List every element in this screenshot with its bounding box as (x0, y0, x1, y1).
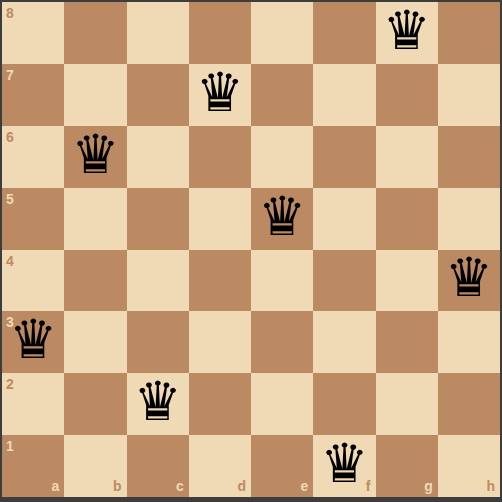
rank-label-7: 7 (6, 68, 14, 82)
square-g1[interactable]: g (376, 435, 438, 497)
square-g4[interactable] (376, 250, 438, 312)
square-a5[interactable]: 5 (2, 188, 64, 250)
square-b6[interactable]: ♛ (64, 126, 126, 188)
square-b2[interactable] (64, 373, 126, 435)
square-a3[interactable]: 3♛ (2, 311, 64, 373)
black-queen[interactable]: ♛ (258, 190, 306, 244)
square-f6[interactable] (313, 126, 375, 188)
square-h5[interactable] (438, 188, 500, 250)
square-c6[interactable] (127, 126, 189, 188)
square-h6[interactable] (438, 126, 500, 188)
square-c5[interactable] (127, 188, 189, 250)
square-a7[interactable]: 7 (2, 64, 64, 126)
square-g7[interactable] (376, 64, 438, 126)
square-e3[interactable] (251, 311, 313, 373)
black-queen[interactable]: ♛ (9, 313, 57, 367)
square-g2[interactable] (376, 373, 438, 435)
square-c1[interactable]: c (127, 435, 189, 497)
square-h1[interactable]: h (438, 435, 500, 497)
square-h8[interactable] (438, 2, 500, 64)
square-b8[interactable] (64, 2, 126, 64)
square-g8[interactable]: ♛ (376, 2, 438, 64)
file-label-b: b (113, 479, 122, 493)
file-label-c: c (176, 479, 184, 493)
square-c3[interactable] (127, 311, 189, 373)
square-g5[interactable] (376, 188, 438, 250)
square-b4[interactable] (64, 250, 126, 312)
square-d8[interactable] (189, 2, 251, 64)
square-f1[interactable]: f♛ (313, 435, 375, 497)
square-d4[interactable] (189, 250, 251, 312)
square-a1[interactable]: 1a (2, 435, 64, 497)
square-e1[interactable]: e (251, 435, 313, 497)
square-g6[interactable] (376, 126, 438, 188)
square-d3[interactable] (189, 311, 251, 373)
black-queen[interactable]: ♛ (196, 66, 244, 120)
square-c2[interactable]: ♛ (127, 373, 189, 435)
square-e5[interactable]: ♛ (251, 188, 313, 250)
black-queen[interactable]: ♛ (133, 375, 181, 429)
chess-board: 8♛7♛6♛5♛4♛3♛2♛1abcdef♛gh (0, 0, 502, 502)
square-d6[interactable] (189, 126, 251, 188)
square-c7[interactable] (127, 64, 189, 126)
black-queen[interactable]: ♛ (382, 4, 430, 58)
square-a2[interactable]: 2 (2, 373, 64, 435)
black-queen[interactable]: ♛ (71, 128, 119, 182)
rank-label-2: 2 (6, 377, 14, 391)
file-label-e: e (300, 479, 308, 493)
square-d7[interactable]: ♛ (189, 64, 251, 126)
square-b3[interactable] (64, 311, 126, 373)
rank-label-4: 4 (6, 254, 14, 268)
square-f2[interactable] (313, 373, 375, 435)
square-e4[interactable] (251, 250, 313, 312)
rank-label-1: 1 (6, 439, 14, 453)
square-b1[interactable]: b (64, 435, 126, 497)
square-e8[interactable] (251, 2, 313, 64)
square-d5[interactable] (189, 188, 251, 250)
square-f3[interactable] (313, 311, 375, 373)
black-queen[interactable]: ♛ (320, 437, 368, 491)
chess-board-grid: 8♛7♛6♛5♛4♛3♛2♛1abcdef♛gh (2, 2, 500, 497)
file-label-a: a (51, 479, 59, 493)
square-d1[interactable]: d (189, 435, 251, 497)
square-d2[interactable] (189, 373, 251, 435)
square-a6[interactable]: 6 (2, 126, 64, 188)
rank-label-5: 5 (6, 192, 14, 206)
square-h2[interactable] (438, 373, 500, 435)
file-label-d: d (237, 479, 246, 493)
square-f7[interactable] (313, 64, 375, 126)
square-h7[interactable] (438, 64, 500, 126)
square-c4[interactable] (127, 250, 189, 312)
square-e2[interactable] (251, 373, 313, 435)
file-label-g: g (424, 479, 433, 493)
file-label-h: h (486, 479, 495, 493)
square-f4[interactable] (313, 250, 375, 312)
square-a8[interactable]: 8 (2, 2, 64, 64)
square-e7[interactable] (251, 64, 313, 126)
square-b7[interactable] (64, 64, 126, 126)
square-h3[interactable] (438, 311, 500, 373)
square-g3[interactable] (376, 311, 438, 373)
square-f5[interactable] (313, 188, 375, 250)
square-f8[interactable] (313, 2, 375, 64)
rank-label-6: 6 (6, 130, 14, 144)
square-h4[interactable]: ♛ (438, 250, 500, 312)
rank-label-8: 8 (6, 6, 14, 20)
square-e6[interactable] (251, 126, 313, 188)
black-queen[interactable]: ♛ (445, 251, 493, 305)
square-b5[interactable] (64, 188, 126, 250)
square-c8[interactable] (127, 2, 189, 64)
square-a4[interactable]: 4 (2, 250, 64, 312)
